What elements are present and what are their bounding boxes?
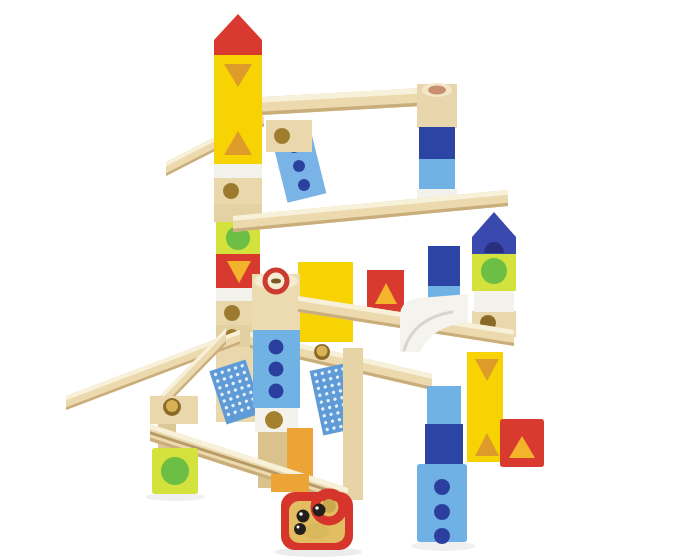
scene-svg (0, 0, 700, 560)
dot (293, 160, 305, 172)
marble-dark (297, 510, 310, 523)
white-band (214, 164, 262, 178)
marble-dark (294, 523, 306, 535)
cylinder-darkblue-upper (419, 127, 455, 160)
marble-hole (223, 183, 239, 199)
marble (166, 400, 178, 412)
wood-post-tall (343, 348, 363, 500)
cylinder-darkblue-lower (425, 424, 463, 466)
dot (434, 528, 450, 544)
ground-shadow (145, 493, 205, 501)
dot (434, 479, 450, 495)
orange-block-small (271, 474, 309, 492)
white-curve-ramp (400, 294, 468, 352)
dot (269, 362, 284, 377)
dot (434, 504, 450, 520)
marble-dark (313, 504, 326, 517)
product-photo (0, 0, 700, 560)
dot (269, 384, 284, 399)
funnel-hole (271, 279, 281, 284)
marble-hole (274, 128, 290, 144)
marble-hole (265, 411, 283, 429)
white-band (474, 291, 514, 312)
cylinder-lightblue-upper (419, 159, 455, 190)
cylinder-darkblue-mid (428, 246, 460, 288)
green-circle (161, 457, 189, 485)
green-circle (481, 258, 507, 284)
dot (298, 179, 310, 191)
marble-highlight (297, 526, 300, 529)
left-tower-roof (214, 14, 262, 55)
cylinder-top-hole (428, 86, 446, 95)
marble (317, 346, 328, 357)
marble (303, 523, 329, 539)
cylinder-lightblue-lower (427, 386, 461, 426)
dot (269, 340, 284, 355)
marble-hole (224, 305, 240, 321)
marble-highlight (299, 512, 303, 516)
marble-highlight (315, 506, 319, 510)
